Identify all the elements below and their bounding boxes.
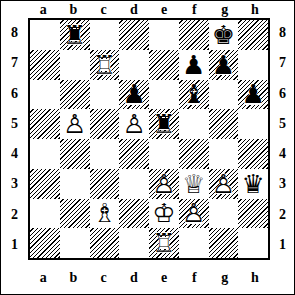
piece-halo: ♟ <box>118 108 151 141</box>
square-g7[interactable]: ♟♟ <box>209 50 239 80</box>
square-c3[interactable] <box>90 169 120 199</box>
square-e7[interactable] <box>149 50 179 80</box>
piece-white-pawn[interactable]: ♙ <box>149 169 179 199</box>
piece-black-pawn[interactable]: ♟ <box>238 80 268 110</box>
square-e4[interactable] <box>149 139 179 169</box>
rank-label: 8 <box>1 18 28 48</box>
square-a6[interactable] <box>30 80 60 110</box>
file-labels-top: abcdefgh <box>28 1 270 18</box>
square-f3[interactable]: ♛♕ <box>179 169 209 199</box>
piece-white-pawn[interactable]: ♙ <box>179 199 209 229</box>
piece-halo: ♟ <box>177 197 210 230</box>
square-g8[interactable]: ♚♚ <box>209 20 239 50</box>
square-c4[interactable] <box>90 139 120 169</box>
piece-halo: ♚ <box>207 19 240 52</box>
square-a7[interactable] <box>30 50 60 80</box>
square-g2[interactable] <box>209 199 239 229</box>
file-label: d <box>119 260 149 295</box>
rank-label: 7 <box>1 48 28 78</box>
square-e3[interactable]: ♟♙ <box>149 169 179 199</box>
piece-black-pawn[interactable]: ♟ <box>179 50 209 80</box>
square-d1[interactable] <box>119 228 149 258</box>
piece-halo: ♟ <box>207 48 240 81</box>
rank-labels-right: 87654321 <box>270 18 295 260</box>
square-b1[interactable] <box>60 228 90 258</box>
rank-labels-left: 87654321 <box>1 18 28 260</box>
square-c8[interactable] <box>90 20 120 50</box>
file-label: c <box>89 260 119 295</box>
square-h1[interactable] <box>238 228 268 258</box>
square-h6[interactable]: ♟♟ <box>238 80 268 110</box>
piece-halo: ♟ <box>177 48 210 81</box>
square-a8[interactable] <box>30 20 60 50</box>
piece-white-pawn[interactable]: ♙ <box>119 109 149 139</box>
square-g1[interactable] <box>209 228 239 258</box>
square-h5[interactable] <box>238 109 268 139</box>
file-label: e <box>149 260 179 295</box>
square-b3[interactable] <box>60 169 90 199</box>
square-e6[interactable] <box>149 80 179 110</box>
piece-black-queen[interactable]: ♛ <box>238 169 268 199</box>
file-label: a <box>28 260 58 295</box>
file-label: f <box>179 260 209 295</box>
rank-label: 2 <box>270 200 295 230</box>
square-f4[interactable] <box>179 139 209 169</box>
square-a5[interactable] <box>30 109 60 139</box>
piece-black-rook[interactable]: ♜ <box>149 109 179 139</box>
square-f2[interactable]: ♟♙ <box>179 199 209 229</box>
file-label: d <box>119 1 149 18</box>
piece-halo: ♛ <box>177 167 210 200</box>
rank-label: 6 <box>1 79 28 109</box>
file-labels-bottom: abcdefgh <box>28 260 270 295</box>
square-f6[interactable]: ♝♝ <box>179 80 209 110</box>
piece-black-pawn[interactable]: ♟ <box>119 80 149 110</box>
piece-halo: ♜ <box>58 19 91 52</box>
rank-label: 3 <box>270 169 295 199</box>
square-c5[interactable] <box>90 109 120 139</box>
piece-halo: ♝ <box>88 197 121 230</box>
rank-label: 4 <box>1 139 28 169</box>
square-f8[interactable] <box>179 20 209 50</box>
square-c6[interactable] <box>90 80 120 110</box>
rank-label: 4 <box>270 139 295 169</box>
square-b4[interactable] <box>60 139 90 169</box>
piece-white-rook[interactable]: ♖ <box>90 50 120 80</box>
square-h7[interactable] <box>238 50 268 80</box>
file-label: b <box>58 1 88 18</box>
square-a2[interactable] <box>30 199 60 229</box>
square-a1[interactable] <box>30 228 60 258</box>
rank-label: 7 <box>270 48 295 78</box>
file-label: a <box>28 1 58 18</box>
square-b2[interactable] <box>60 199 90 229</box>
square-b5[interactable]: ♟♙ <box>60 109 90 139</box>
square-g3[interactable]: ♟♙ <box>209 169 239 199</box>
piece-halo: ♟ <box>207 167 240 200</box>
file-label: g <box>210 260 240 295</box>
rank-label: 2 <box>1 200 28 230</box>
piece-halo: ♝ <box>177 78 210 111</box>
square-d3[interactable] <box>119 169 149 199</box>
file-label: h <box>240 260 270 295</box>
square-e2[interactable]: ♚♔ <box>149 199 179 229</box>
square-h2[interactable] <box>238 199 268 229</box>
file-label: h <box>240 1 270 18</box>
piece-white-queen[interactable]: ♕ <box>179 169 209 199</box>
piece-black-pawn[interactable]: ♟ <box>209 50 239 80</box>
rank-label: 1 <box>1 230 28 260</box>
piece-halo: ♟ <box>148 167 181 200</box>
file-label: e <box>149 1 179 18</box>
piece-white-bishop[interactable]: ♗ <box>90 199 120 229</box>
square-g6[interactable] <box>209 80 239 110</box>
square-h4[interactable] <box>238 139 268 169</box>
square-f1[interactable] <box>179 228 209 258</box>
piece-halo: ♚ <box>148 197 181 230</box>
square-f7[interactable]: ♟♟ <box>179 50 209 80</box>
file-label: f <box>179 1 209 18</box>
piece-white-pawn[interactable]: ♙ <box>209 169 239 199</box>
square-d2[interactable] <box>119 199 149 229</box>
piece-halo: ♜ <box>148 227 181 260</box>
square-a4[interactable] <box>30 139 60 169</box>
square-c2[interactable]: ♝♗ <box>90 199 120 229</box>
chess-diagram: abcdefgh abcdefgh 87654321 87654321 ♜♜♚♚… <box>0 0 295 295</box>
square-e1[interactable]: ♜♖ <box>149 228 179 258</box>
square-h3[interactable]: ♛♛ <box>238 169 268 199</box>
square-a3[interactable] <box>30 169 60 199</box>
piece-black-rook[interactable]: ♜ <box>60 20 90 50</box>
piece-black-king[interactable]: ♚ <box>209 20 239 50</box>
piece-halo: ♜ <box>148 108 181 141</box>
square-b8[interactable]: ♜♜ <box>60 20 90 50</box>
rank-label: 3 <box>1 169 28 199</box>
file-label: g <box>210 1 240 18</box>
piece-halo: ♟ <box>118 78 151 111</box>
file-label: b <box>58 260 88 295</box>
piece-black-bishop[interactable]: ♝ <box>179 80 209 110</box>
file-label: c <box>89 1 119 18</box>
piece-white-king[interactable]: ♔ <box>149 199 179 229</box>
square-b6[interactable] <box>60 80 90 110</box>
square-d5[interactable]: ♟♙ <box>119 109 149 139</box>
rank-label: 5 <box>1 109 28 139</box>
square-e8[interactable] <box>149 20 179 50</box>
rank-label: 8 <box>270 18 295 48</box>
square-c1[interactable] <box>90 228 120 258</box>
piece-halo: ♛ <box>237 167 270 200</box>
square-b7[interactable] <box>60 50 90 80</box>
piece-white-pawn[interactable]: ♙ <box>60 109 90 139</box>
piece-halo: ♜ <box>88 48 121 81</box>
chess-board: ♜♜♚♚♜♖♟♟♟♟♟♟♝♝♟♟♟♙♟♙♜♜♟♙♛♕♟♙♛♛♝♗♚♔♟♙♜♖ <box>28 18 270 260</box>
square-d6[interactable]: ♟♟ <box>119 80 149 110</box>
square-c7[interactable]: ♜♖ <box>90 50 120 80</box>
rank-label: 5 <box>270 109 295 139</box>
square-e5[interactable]: ♜♜ <box>149 109 179 139</box>
square-f5[interactable] <box>179 109 209 139</box>
square-d8[interactable] <box>119 20 149 50</box>
square-d7[interactable] <box>119 50 149 80</box>
piece-white-rook[interactable]: ♖ <box>149 228 179 258</box>
square-g5[interactable] <box>209 109 239 139</box>
square-d4[interactable] <box>119 139 149 169</box>
piece-halo: ♟ <box>237 78 270 111</box>
piece-halo: ♟ <box>58 108 91 141</box>
rank-label: 6 <box>270 79 295 109</box>
rank-label: 1 <box>270 230 295 260</box>
square-h8[interactable] <box>238 20 268 50</box>
square-g4[interactable] <box>209 139 239 169</box>
